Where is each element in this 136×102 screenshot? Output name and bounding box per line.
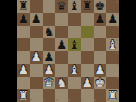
square-f4[interactable] [81,51,94,64]
piece-white-bishop[interactable]: ♝ [69,64,80,76]
square-a8[interactable]: ♜ [17,0,30,13]
square-e1[interactable]: e [68,89,81,102]
piece-black-pawn[interactable]: ♟ [18,13,29,25]
piece-white-bishop[interactable]: ♝ [107,38,118,50]
piece-black-rook[interactable]: ♜ [18,0,29,12]
square-f7[interactable] [81,13,94,26]
rank-label-6: 6 [117,26,119,29]
square-d3[interactable] [55,64,68,77]
square-h5[interactable]: ♝5 [106,38,119,51]
square-a1[interactable]: ♜a [17,89,30,102]
square-b8[interactable] [30,0,43,13]
piece-white-queen[interactable]: ♛ [43,77,54,89]
square-f5[interactable] [81,38,94,51]
piece-black-knight[interactable]: ♞ [43,26,54,38]
square-f1[interactable]: f [81,89,94,102]
square-g7[interactable]: ♟ [94,13,107,26]
square-f6[interactable] [81,26,94,39]
square-h6[interactable]: 6 [106,26,119,39]
square-e7[interactable] [68,13,81,26]
square-e3[interactable]: ♝ [68,64,81,77]
piece-white-pawn[interactable]: ♟ [43,64,54,76]
square-h4[interactable]: 4 [106,51,119,64]
square-h1[interactable]: ♜1h [106,89,119,102]
piece-black-pawn[interactable]: ♟ [94,13,105,25]
square-h7[interactable]: ♟7 [106,13,119,26]
square-a2[interactable] [17,77,30,90]
square-h2[interactable]: 2 [106,77,119,90]
piece-black-pawn[interactable]: ♟ [31,13,42,25]
square-c8[interactable] [43,0,56,13]
square-g8[interactable]: ♚ [94,0,107,13]
square-a3[interactable]: ♟ [17,64,30,77]
square-c1[interactable]: c [43,89,56,102]
piece-white-knight[interactable]: ♞ [56,77,67,89]
square-a6[interactable] [17,26,30,39]
square-b1[interactable]: b [30,89,43,102]
piece-white-king[interactable]: ♚ [94,77,105,89]
piece-black-pawn[interactable]: ♟ [43,51,54,63]
file-label-d: d [56,99,58,102]
square-d6[interactable] [55,26,68,39]
square-e5[interactable]: ♝ [68,38,81,51]
piece-black-bishop[interactable]: ♝ [69,38,80,50]
square-f3[interactable] [81,64,94,77]
piece-white-rook[interactable]: ♜ [18,89,29,101]
square-a7[interactable]: ♟ [17,13,30,26]
square-g1[interactable]: g [94,89,107,102]
square-e8[interactable]: ♝ [68,0,81,13]
piece-black-king[interactable]: ♚ [94,0,105,12]
piece-black-pawn[interactable]: ♟ [107,13,118,25]
square-c4[interactable]: ♟ [43,51,56,64]
square-g3[interactable]: ♟ [94,64,107,77]
square-b4[interactable]: ♟ [30,51,43,64]
square-h3[interactable]: 3 [106,64,119,77]
square-c2[interactable]: ♛ [43,77,56,90]
piece-white-pawn[interactable]: ♟ [94,64,105,76]
square-e6[interactable] [68,26,81,39]
square-f2[interactable]: ♟ [81,77,94,90]
rank-label-3: 3 [117,64,119,67]
square-c5[interactable] [43,38,56,51]
square-g5[interactable] [94,38,107,51]
square-d1[interactable]: d [55,89,68,102]
piece-black-queen[interactable]: ♛ [56,0,67,12]
file-label-g: g [94,99,96,102]
square-g6[interactable] [94,26,107,39]
square-b3[interactable] [30,64,43,77]
square-d8[interactable]: ♛ [55,0,68,13]
square-h8[interactable]: 8 [106,0,119,13]
square-e4[interactable] [68,51,81,64]
rank-label-4: 4 [117,52,119,55]
square-c3[interactable]: ♟ [43,64,56,77]
square-b2[interactable] [30,77,43,90]
piece-white-rook[interactable]: ♜ [107,89,118,101]
square-d2[interactable]: ♞ [55,77,68,90]
square-a5[interactable] [17,38,30,51]
square-c6[interactable]: ♞ [43,26,56,39]
square-d4[interactable] [55,51,68,64]
piece-black-pawn[interactable]: ♟ [56,38,67,50]
chessboard: ♜♛♝♜♚8♟♟♟♟7♞6♟♝♝5♟♟4♟♟♝♟3♛♞♟♚2♜abcdefg♜1… [17,0,119,102]
file-label-c: c [43,99,45,102]
square-c7[interactable] [43,13,56,26]
piece-black-bishop[interactable]: ♝ [69,0,80,12]
square-e2[interactable] [68,77,81,90]
file-label-e: e [69,99,71,102]
square-b5[interactable] [30,38,43,51]
square-f8[interactable]: ♜ [81,0,94,13]
square-d7[interactable] [55,13,68,26]
square-b6[interactable] [30,26,43,39]
piece-white-pawn[interactable]: ♟ [18,64,29,76]
rank-label-8: 8 [117,1,119,4]
square-b7[interactable]: ♟ [30,13,43,26]
square-g2[interactable]: ♚ [94,77,107,90]
app-background: ♜♛♝♜♚8♟♟♟♟7♞6♟♝♝5♟♟4♟♟♝♟3♛♞♟♚2♜abcdefg♜1… [0,0,136,102]
file-label-f: f [81,99,82,102]
square-d5[interactable]: ♟ [55,38,68,51]
piece-white-pawn[interactable]: ♟ [31,51,42,63]
rank-label-2: 2 [117,77,119,80]
square-a4[interactable] [17,51,30,64]
square-g4[interactable] [94,51,107,64]
piece-white-pawn[interactable]: ♟ [82,77,93,89]
file-label-b: b [30,99,32,102]
piece-black-rook[interactable]: ♜ [82,0,93,12]
